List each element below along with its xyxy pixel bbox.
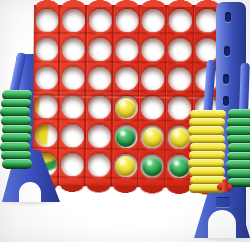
hole-col6-row2 <box>169 38 192 61</box>
yellow-disc <box>169 127 189 147</box>
right-leg-slot <box>225 12 231 22</box>
green-disc <box>169 156 189 176</box>
hole-col4-row2 <box>115 38 138 61</box>
right-foot-plaque <box>216 197 230 208</box>
hole-col1-row1 <box>36 9 59 32</box>
hole-col5-row4 <box>141 96 164 119</box>
hole-col6-row4 <box>168 96 191 119</box>
hole-col1-row5 <box>35 124 58 147</box>
hole-col4-row5 <box>114 125 137 148</box>
green-disc <box>116 126 136 146</box>
hole-col4-row1 <box>115 9 138 32</box>
hole-col6-row3 <box>168 67 191 90</box>
hole-col3-row6 <box>87 153 110 176</box>
red-locking-knob <box>217 179 235 192</box>
hole-col4-row4 <box>114 96 137 119</box>
hole-col6-row1 <box>169 9 192 32</box>
hole-col5-row6 <box>141 154 164 177</box>
hole-col3-row3 <box>88 67 111 90</box>
stored-green-disc <box>2 159 32 169</box>
hole-col5-row5 <box>141 125 164 148</box>
hole-col5-row3 <box>141 67 164 90</box>
hole-col3-row2 <box>88 38 111 61</box>
right-rear-disc-post <box>239 63 250 115</box>
hole-col2-row6 <box>61 153 84 176</box>
hole-col5-row1 <box>142 9 165 32</box>
hole-col5-row2 <box>142 38 165 61</box>
hole-col2-row5 <box>61 124 84 147</box>
right-foot-arch-cutout <box>208 210 236 238</box>
right-leg-slot <box>223 74 229 84</box>
knob-stem <box>222 179 228 192</box>
green-disc <box>142 156 162 176</box>
right-green-disc-stack <box>227 110 250 187</box>
yellow-disc <box>116 97 136 117</box>
hole-col1-row4 <box>35 95 58 118</box>
hole-col4-row3 <box>115 67 138 90</box>
hole-col4-row6 <box>114 154 137 177</box>
hole-col3-row4 <box>88 96 111 119</box>
hole-col2-row3 <box>61 67 84 90</box>
giant-connect-four-photo <box>0 0 250 242</box>
hole-col1-row3 <box>35 66 58 89</box>
hole-col2-row2 <box>62 38 85 61</box>
hole-col2-row4 <box>61 95 84 118</box>
left-foot-arch-cutout <box>19 182 41 202</box>
hole-col2-row1 <box>62 9 85 32</box>
left-green-disc-stack <box>1 91 31 169</box>
hole-col3-row5 <box>87 125 110 148</box>
yellow-disc <box>115 155 135 175</box>
right-leg-slot <box>224 46 230 56</box>
yellow-disc <box>142 127 162 147</box>
hole-col3-row1 <box>88 9 111 32</box>
hole-col1-row2 <box>35 38 58 61</box>
hole-col6-row6 <box>168 155 191 178</box>
right-leg-slot <box>223 96 229 106</box>
